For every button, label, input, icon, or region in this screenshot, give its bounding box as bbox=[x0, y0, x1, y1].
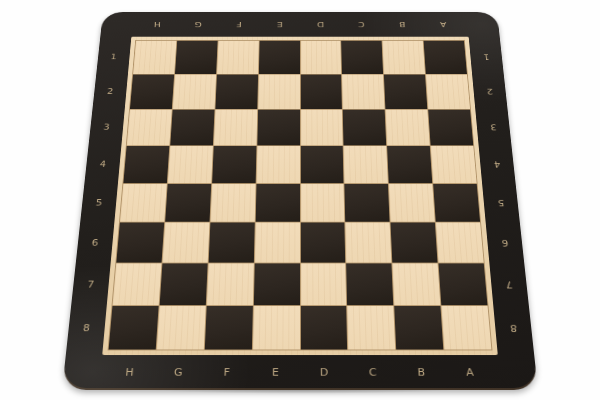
square-c7[interactable] bbox=[347, 264, 394, 306]
square-c5[interactable] bbox=[345, 184, 390, 222]
square-d8[interactable] bbox=[300, 306, 347, 349]
file-label: B bbox=[381, 12, 423, 37]
chessboard: HGFEDCBA HGFEDCBA 12345678 12345678 bbox=[62, 12, 538, 390]
square-h5[interactable] bbox=[120, 184, 167, 222]
rank-label: 6 bbox=[76, 223, 115, 264]
rank-label: 7 bbox=[71, 263, 110, 306]
square-b7[interactable] bbox=[393, 264, 441, 306]
scene: HGFEDCBA HGFEDCBA 12345678 12345678 bbox=[0, 0, 600, 400]
rank-label: 3 bbox=[475, 109, 511, 145]
file-label: D bbox=[300, 355, 349, 390]
square-e7[interactable] bbox=[253, 264, 299, 306]
square-e8[interactable] bbox=[253, 306, 300, 349]
square-d5[interactable] bbox=[300, 184, 344, 222]
square-a6[interactable] bbox=[436, 223, 484, 263]
square-h4[interactable] bbox=[123, 146, 169, 183]
file-label: H bbox=[104, 355, 155, 390]
square-g4[interactable] bbox=[168, 146, 213, 183]
square-d7[interactable] bbox=[300, 264, 346, 306]
file-label: D bbox=[300, 12, 341, 37]
rank-label: 2 bbox=[92, 74, 127, 109]
square-a3[interactable] bbox=[428, 109, 473, 145]
square-g6[interactable] bbox=[162, 223, 209, 263]
rank-label: 8 bbox=[66, 306, 106, 350]
file-label: E bbox=[259, 12, 300, 37]
file-label: F bbox=[218, 12, 260, 37]
file-label: B bbox=[396, 355, 447, 390]
square-a8[interactable] bbox=[442, 306, 492, 349]
rank-label: 3 bbox=[89, 109, 125, 145]
square-c2[interactable] bbox=[342, 74, 385, 108]
square-f7[interactable] bbox=[207, 264, 254, 306]
file-labels-bottom: HGFEDCBA bbox=[104, 355, 496, 390]
square-g8[interactable] bbox=[157, 306, 206, 349]
square-h1[interactable] bbox=[133, 41, 176, 74]
square-d3[interactable] bbox=[300, 109, 343, 145]
rank-label: 5 bbox=[482, 183, 520, 222]
square-c6[interactable] bbox=[346, 223, 392, 263]
square-a4[interactable] bbox=[431, 146, 477, 183]
square-c1[interactable] bbox=[342, 41, 384, 74]
file-label: A bbox=[445, 355, 496, 390]
square-h3[interactable] bbox=[127, 109, 172, 145]
rank-label: 2 bbox=[472, 74, 507, 109]
square-h8[interactable] bbox=[109, 306, 159, 349]
square-f6[interactable] bbox=[208, 223, 254, 263]
file-label: G bbox=[153, 355, 204, 390]
square-b2[interactable] bbox=[384, 74, 427, 108]
square-f4[interactable] bbox=[212, 146, 256, 183]
square-a2[interactable] bbox=[426, 74, 470, 108]
file-label: H bbox=[136, 12, 179, 37]
rank-label: 6 bbox=[486, 223, 525, 264]
square-h7[interactable] bbox=[113, 264, 162, 306]
square-f2[interactable] bbox=[215, 74, 258, 108]
square-c8[interactable] bbox=[347, 306, 395, 349]
square-f3[interactable] bbox=[214, 109, 257, 145]
file-labels-top: HGFEDCBA bbox=[136, 12, 465, 37]
square-e2[interactable] bbox=[258, 74, 300, 108]
file-label: C bbox=[341, 12, 383, 37]
photo-background: { "game": "chess", "position": { "fen": … bbox=[0, 0, 600, 400]
square-b6[interactable] bbox=[391, 223, 438, 263]
file-label: C bbox=[348, 355, 398, 390]
square-e1[interactable] bbox=[259, 41, 300, 74]
rank-label: 5 bbox=[80, 183, 118, 222]
square-f5[interactable] bbox=[210, 184, 255, 222]
square-e4[interactable] bbox=[256, 146, 299, 183]
square-a5[interactable] bbox=[433, 184, 480, 222]
square-d2[interactable] bbox=[300, 74, 342, 108]
square-g2[interactable] bbox=[173, 74, 216, 108]
board-inner-margin bbox=[102, 37, 498, 355]
square-b5[interactable] bbox=[389, 184, 435, 222]
square-e6[interactable] bbox=[254, 223, 299, 263]
rank-label: 1 bbox=[96, 40, 131, 74]
board-grid bbox=[108, 40, 493, 350]
square-f1[interactable] bbox=[217, 41, 259, 74]
rank-label: 8 bbox=[493, 306, 533, 350]
square-b1[interactable] bbox=[383, 41, 425, 74]
file-label: F bbox=[202, 355, 252, 390]
rank-label: 7 bbox=[489, 263, 528, 306]
square-g1[interactable] bbox=[175, 41, 217, 74]
square-b8[interactable] bbox=[394, 306, 443, 349]
square-g5[interactable] bbox=[165, 184, 211, 222]
file-label: G bbox=[177, 12, 219, 37]
square-c3[interactable] bbox=[343, 109, 386, 145]
rank-label: 4 bbox=[479, 145, 516, 183]
square-b3[interactable] bbox=[386, 109, 430, 145]
file-label: A bbox=[422, 12, 465, 37]
file-label: E bbox=[251, 355, 300, 390]
rank-label: 4 bbox=[84, 145, 121, 183]
square-f8[interactable] bbox=[205, 306, 253, 349]
square-g7[interactable] bbox=[160, 264, 208, 306]
square-a1[interactable] bbox=[424, 41, 467, 74]
square-e5[interactable] bbox=[255, 184, 299, 222]
square-a7[interactable] bbox=[439, 264, 488, 306]
square-b4[interactable] bbox=[387, 146, 432, 183]
square-c4[interactable] bbox=[344, 146, 388, 183]
rank-label: 1 bbox=[469, 40, 504, 74]
square-h6[interactable] bbox=[116, 223, 164, 263]
square-e3[interactable] bbox=[257, 109, 300, 145]
square-h2[interactable] bbox=[130, 74, 174, 108]
square-d6[interactable] bbox=[300, 223, 345, 263]
square-d1[interactable] bbox=[300, 41, 341, 74]
square-d4[interactable] bbox=[300, 146, 343, 183]
square-g3[interactable] bbox=[170, 109, 214, 145]
